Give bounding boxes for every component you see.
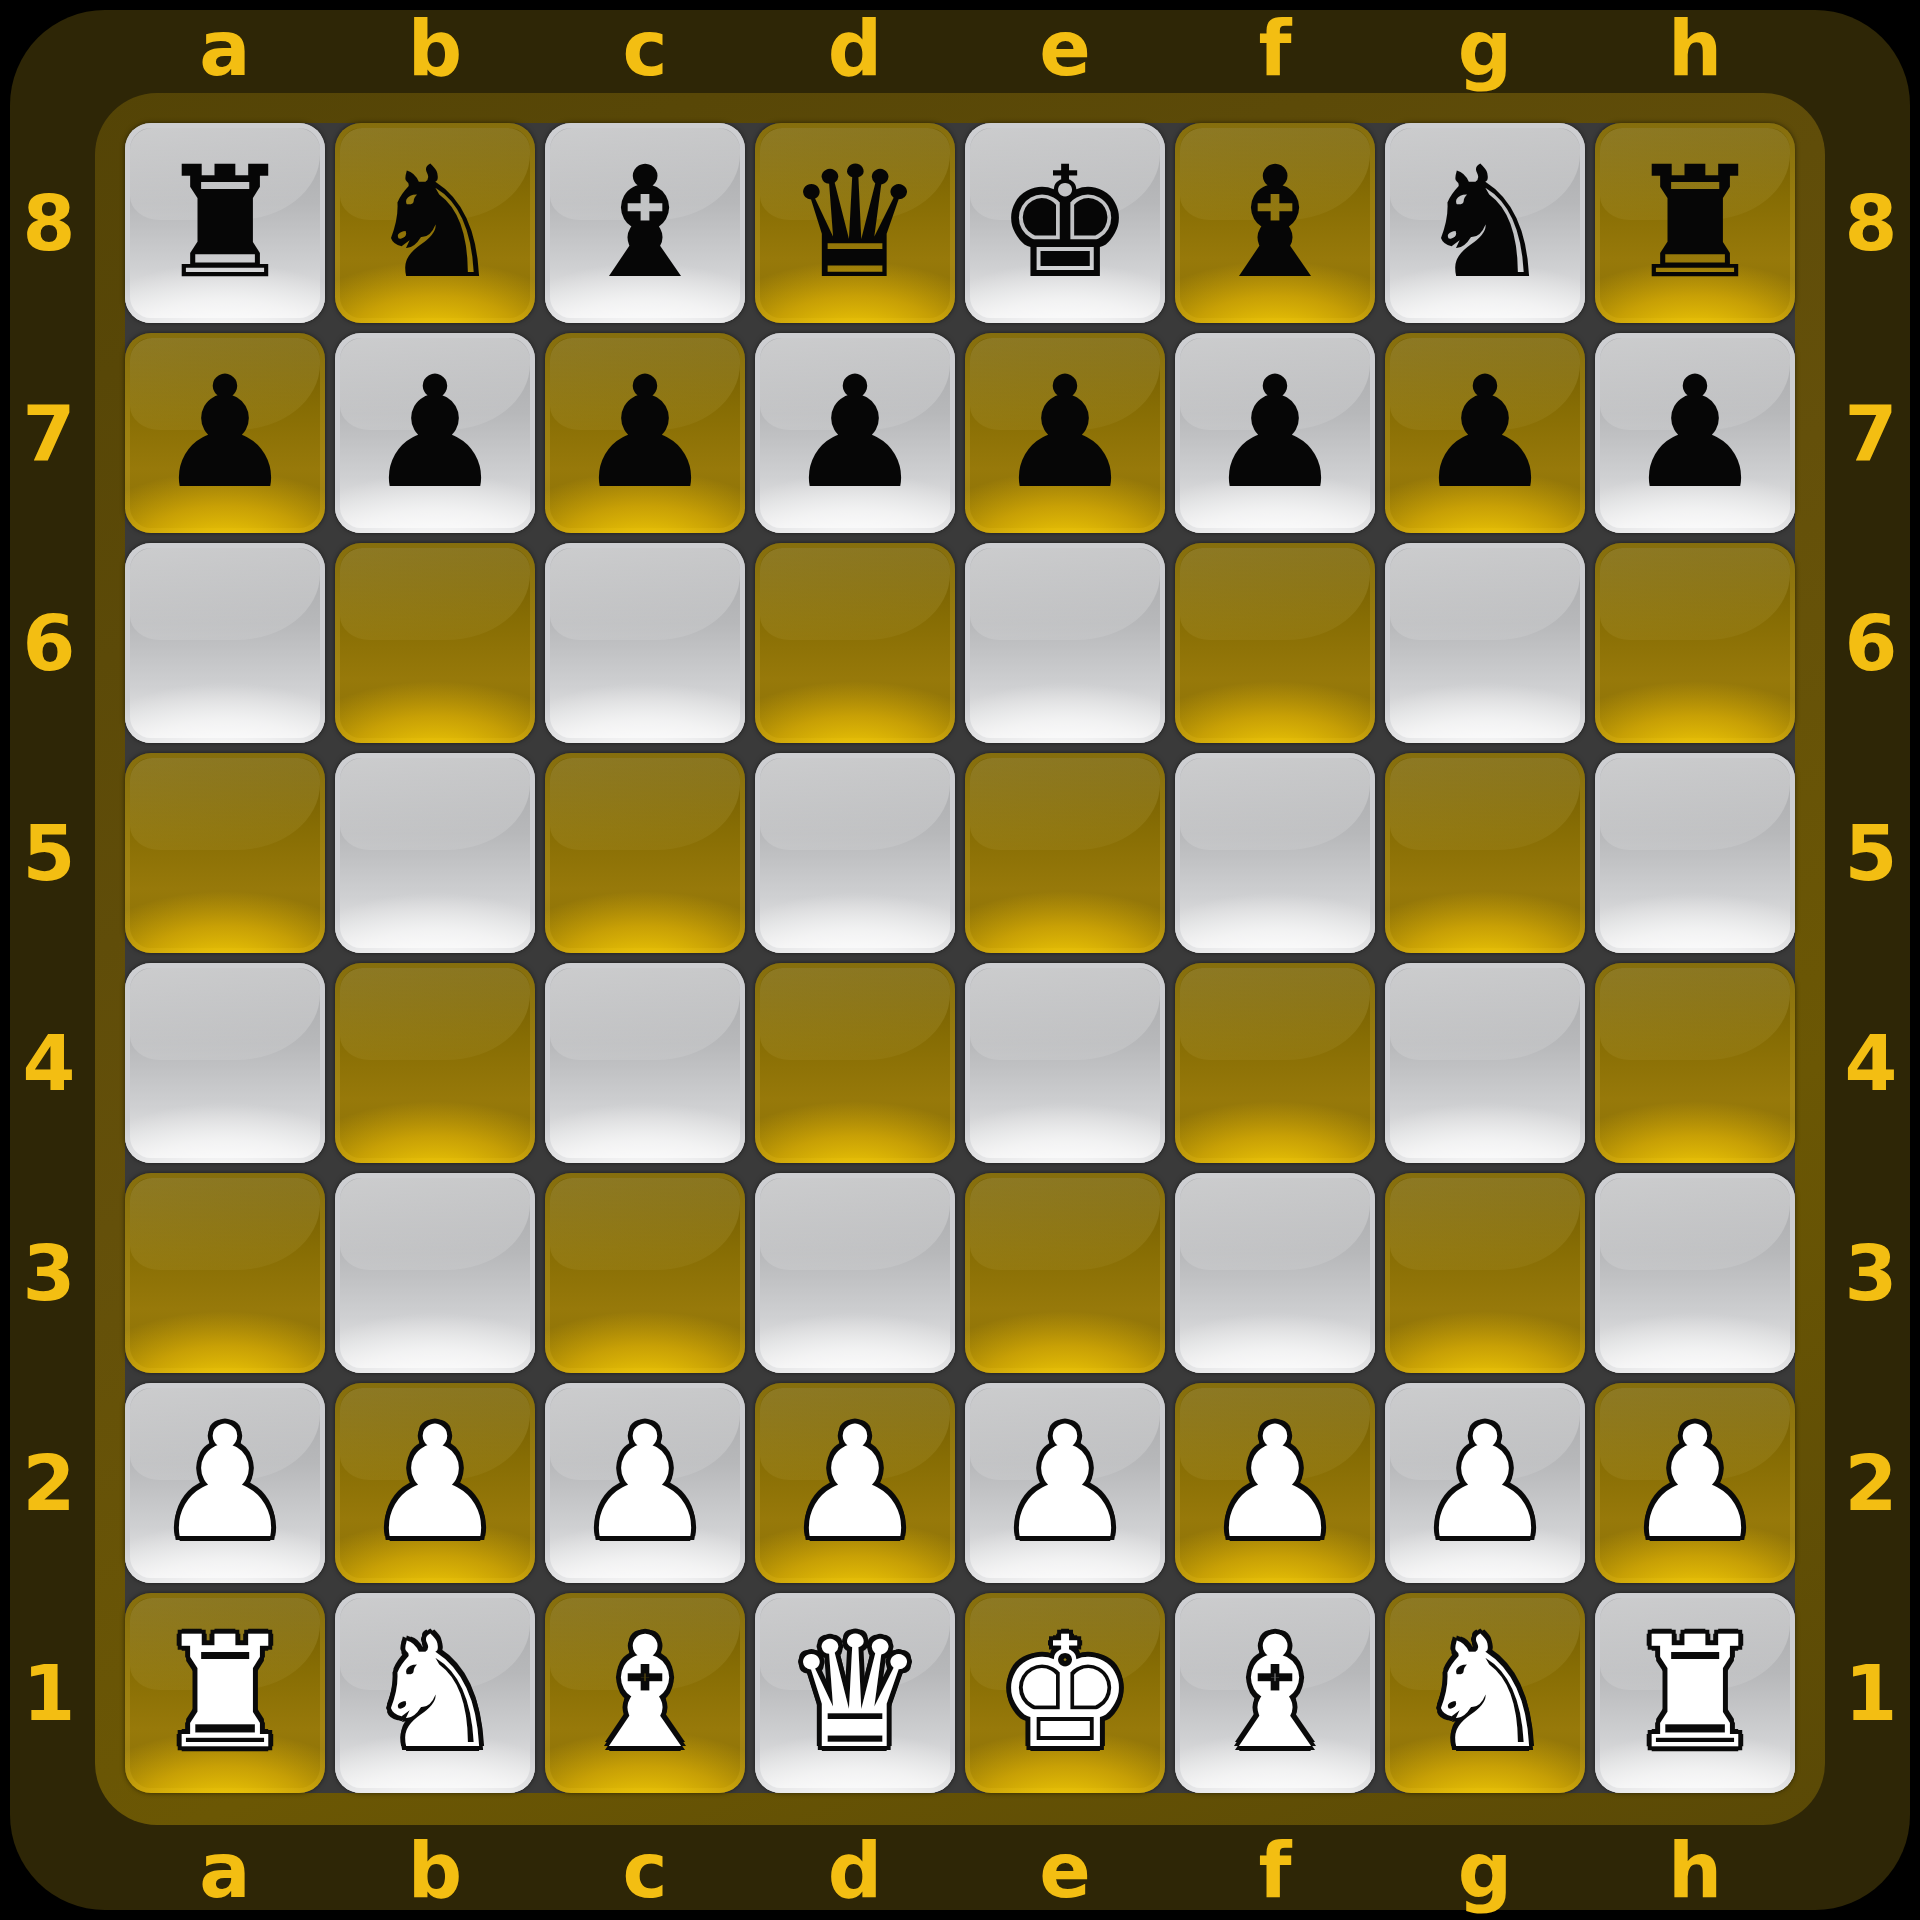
square-c8[interactable]: ♝	[545, 123, 745, 323]
black-rook-h8[interactable]: ♜	[1595, 123, 1795, 323]
square-d5[interactable]	[755, 753, 955, 953]
square-h1[interactable]: ♜	[1595, 1593, 1795, 1793]
file-label-h-top: h	[1595, 0, 1795, 96]
square-a6[interactable]	[125, 543, 325, 743]
file-label-h-bottom: h	[1595, 1826, 1795, 1915]
rank-label-8-right: 8	[1822, 123, 1920, 323]
square-e5[interactable]	[965, 753, 1165, 953]
black-knight-b8[interactable]: ♞	[335, 123, 535, 323]
black-pawn-a7[interactable]: ♟	[125, 333, 325, 533]
rank-label-6-left: 6	[0, 543, 98, 743]
black-pawn-f7[interactable]: ♟	[1175, 333, 1375, 533]
black-pawn-c7[interactable]: ♟	[545, 333, 745, 533]
square-d7[interactable]: ♟	[755, 333, 955, 533]
square-h2[interactable]: ♟	[1595, 1383, 1795, 1583]
square-h3[interactable]	[1595, 1173, 1795, 1373]
square-a7[interactable]: ♟	[125, 333, 325, 533]
square-g7[interactable]: ♟	[1385, 333, 1585, 533]
rank-label-2-right: 2	[1822, 1383, 1920, 1583]
white-rook-a1[interactable]: ♜	[125, 1593, 325, 1793]
white-king-e1[interactable]: ♚	[965, 1593, 1165, 1793]
square-d4[interactable]	[755, 963, 955, 1163]
black-king-e8[interactable]: ♚	[965, 123, 1165, 323]
board-grid: ♜♞♝♛♚♝♞♜♟♟♟♟♟♟♟♟♟♟♟♟♟♟♟♟♜♞♝♛♚♝♞♜	[125, 123, 1795, 1793]
black-pawn-h7[interactable]: ♟	[1595, 333, 1795, 533]
white-pawn-h2[interactable]: ♟	[1595, 1383, 1795, 1583]
square-a4[interactable]	[125, 963, 325, 1163]
square-b4[interactable]	[335, 963, 535, 1163]
white-queen-d1[interactable]: ♛	[755, 1593, 955, 1793]
square-f1[interactable]: ♝	[1175, 1593, 1375, 1793]
black-bishop-c8[interactable]: ♝	[545, 123, 745, 323]
square-a8[interactable]: ♜	[125, 123, 325, 323]
file-label-d-bottom: d	[755, 1826, 955, 1915]
white-knight-b1[interactable]: ♞	[335, 1593, 535, 1793]
rank-label-1-right: 1	[1822, 1593, 1920, 1793]
rank-label-7-left: 7	[0, 333, 98, 533]
white-pawn-g2[interactable]: ♟	[1385, 1383, 1585, 1583]
black-rook-a8[interactable]: ♜	[125, 123, 325, 323]
square-e4[interactable]	[965, 963, 1165, 1163]
file-label-b-top: b	[335, 0, 535, 96]
file-label-a-top: a	[125, 0, 325, 96]
rank-labels-left: 87654321	[0, 123, 98, 1793]
file-label-d-top: d	[755, 0, 955, 96]
square-e1[interactable]: ♚	[965, 1593, 1165, 1793]
square-g2[interactable]: ♟	[1385, 1383, 1585, 1583]
square-c4[interactable]	[545, 963, 745, 1163]
square-h6[interactable]	[1595, 543, 1795, 743]
white-bishop-c1[interactable]: ♝	[545, 1593, 745, 1793]
square-h7[interactable]: ♟	[1595, 333, 1795, 533]
square-b1[interactable]: ♞	[335, 1593, 535, 1793]
rank-label-5-right: 5	[1822, 753, 1920, 953]
square-h5[interactable]	[1595, 753, 1795, 953]
black-pawn-e7[interactable]: ♟	[965, 333, 1165, 533]
square-a1[interactable]: ♜	[125, 1593, 325, 1793]
square-e3[interactable]	[965, 1173, 1165, 1373]
square-b3[interactable]	[335, 1173, 535, 1373]
file-label-a-bottom: a	[125, 1826, 325, 1915]
rank-label-8-left: 8	[0, 123, 98, 323]
square-d1[interactable]: ♛	[755, 1593, 955, 1793]
square-f7[interactable]: ♟	[1175, 333, 1375, 533]
white-bishop-f1[interactable]: ♝	[1175, 1593, 1375, 1793]
rank-label-4-right: 4	[1822, 963, 1920, 1163]
square-c3[interactable]	[545, 1173, 745, 1373]
square-e2[interactable]: ♟	[965, 1383, 1165, 1583]
square-c5[interactable]	[545, 753, 745, 953]
white-pawn-f2[interactable]: ♟	[1175, 1383, 1375, 1583]
rank-label-7-right: 7	[1822, 333, 1920, 533]
file-labels-bottom: abcdefgh	[125, 1826, 1795, 1914]
square-a2[interactable]: ♟	[125, 1383, 325, 1583]
rank-label-3-right: 3	[1822, 1173, 1920, 1373]
white-rook-h1[interactable]: ♜	[1595, 1593, 1795, 1793]
black-queen-d8[interactable]: ♛	[755, 123, 955, 323]
square-e7[interactable]: ♟	[965, 333, 1165, 533]
square-c6[interactable]	[545, 543, 745, 743]
white-pawn-a2[interactable]: ♟	[125, 1383, 325, 1583]
square-c1[interactable]: ♝	[545, 1593, 745, 1793]
black-pawn-g7[interactable]: ♟	[1385, 333, 1585, 533]
rank-labels-right: 87654321	[1822, 123, 1920, 1793]
square-e8[interactable]: ♚	[965, 123, 1165, 323]
rank-label-1-left: 1	[0, 1593, 98, 1793]
file-label-f-top: f	[1175, 0, 1375, 96]
rank-label-5-left: 5	[0, 753, 98, 953]
square-f8[interactable]: ♝	[1175, 123, 1375, 323]
square-g8[interactable]: ♞	[1385, 123, 1585, 323]
rank-label-2-left: 2	[0, 1383, 98, 1583]
square-h8[interactable]: ♜	[1595, 123, 1795, 323]
file-label-g-top: g	[1385, 0, 1585, 96]
white-pawn-e2[interactable]: ♟	[965, 1383, 1165, 1583]
square-d2[interactable]: ♟	[755, 1383, 955, 1583]
file-labels-top: abcdefgh	[125, 0, 1795, 96]
square-c2[interactable]: ♟	[545, 1383, 745, 1583]
square-b5[interactable]	[335, 753, 535, 953]
square-g6[interactable]	[1385, 543, 1585, 743]
white-pawn-b2[interactable]: ♟	[335, 1383, 535, 1583]
white-knight-g1[interactable]: ♞	[1385, 1593, 1585, 1793]
square-b8[interactable]: ♞	[335, 123, 535, 323]
square-f4[interactable]	[1175, 963, 1375, 1163]
square-g5[interactable]	[1385, 753, 1585, 953]
chess-app: abcdefgh abcdefgh 87654321 87654321 ♜♞♝♛…	[0, 0, 1920, 1920]
square-d3[interactable]	[755, 1173, 955, 1373]
square-f5[interactable]	[1175, 753, 1375, 953]
square-c7[interactable]: ♟	[545, 333, 745, 533]
square-d6[interactable]	[755, 543, 955, 743]
square-e6[interactable]	[965, 543, 1165, 743]
square-g3[interactable]	[1385, 1173, 1585, 1373]
file-label-b-bottom: b	[335, 1826, 535, 1915]
square-g1[interactable]: ♞	[1385, 1593, 1585, 1793]
square-f3[interactable]	[1175, 1173, 1375, 1373]
black-bishop-f8[interactable]: ♝	[1175, 123, 1375, 323]
white-pawn-c2[interactable]: ♟	[545, 1383, 745, 1583]
square-a5[interactable]	[125, 753, 325, 953]
file-label-f-bottom: f	[1175, 1826, 1375, 1915]
black-pawn-d7[interactable]: ♟	[755, 333, 955, 533]
square-d8[interactable]: ♛	[755, 123, 955, 323]
square-h4[interactable]	[1595, 963, 1795, 1163]
square-b2[interactable]: ♟	[335, 1383, 535, 1583]
file-label-c-bottom: c	[545, 1826, 745, 1915]
black-pawn-b7[interactable]: ♟	[335, 333, 535, 533]
file-label-c-top: c	[545, 0, 745, 96]
black-knight-g8[interactable]: ♞	[1385, 123, 1585, 323]
square-a3[interactable]	[125, 1173, 325, 1373]
square-f6[interactable]	[1175, 543, 1375, 743]
file-label-e-top: e	[965, 0, 1165, 96]
file-label-e-bottom: e	[965, 1826, 1165, 1915]
square-f2[interactable]: ♟	[1175, 1383, 1375, 1583]
square-b6[interactable]	[335, 543, 535, 743]
rank-label-6-right: 6	[1822, 543, 1920, 743]
file-label-g-bottom: g	[1385, 1826, 1585, 1915]
rank-label-3-left: 3	[0, 1173, 98, 1373]
square-g4[interactable]	[1385, 963, 1585, 1163]
square-b7[interactable]: ♟	[335, 333, 535, 533]
white-pawn-d2[interactable]: ♟	[755, 1383, 955, 1583]
rank-label-4-left: 4	[0, 963, 98, 1163]
